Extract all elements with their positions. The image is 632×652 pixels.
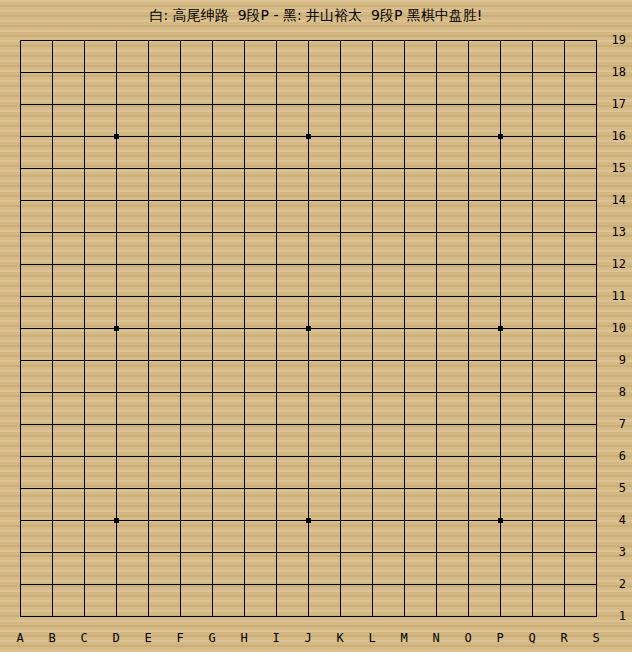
intersection[interactable] (100, 152, 132, 184)
intersection[interactable] (228, 56, 260, 88)
intersection[interactable] (420, 248, 452, 280)
intersection[interactable] (260, 248, 292, 280)
intersection[interactable] (260, 216, 292, 248)
intersection[interactable] (68, 504, 100, 536)
intersection[interactable] (324, 504, 356, 536)
intersection[interactable] (164, 600, 196, 632)
intersection[interactable] (356, 88, 388, 120)
intersection[interactable] (132, 280, 164, 312)
intersection[interactable] (132, 568, 164, 600)
intersection[interactable] (132, 440, 164, 472)
intersection[interactable] (388, 472, 420, 504)
intersection[interactable] (516, 504, 548, 536)
intersection[interactable] (388, 504, 420, 536)
intersection[interactable] (100, 408, 132, 440)
intersection[interactable] (260, 504, 292, 536)
intersection[interactable] (4, 152, 36, 184)
intersection[interactable] (452, 56, 484, 88)
intersection[interactable] (516, 472, 548, 504)
intersection[interactable] (164, 24, 196, 56)
intersection[interactable] (324, 88, 356, 120)
intersection[interactable] (4, 216, 36, 248)
intersection[interactable] (548, 120, 580, 152)
intersection[interactable] (516, 184, 548, 216)
intersection[interactable] (4, 88, 36, 120)
intersection[interactable] (4, 184, 36, 216)
intersection[interactable] (484, 568, 516, 600)
intersection[interactable] (260, 88, 292, 120)
intersection[interactable] (100, 568, 132, 600)
intersection[interactable] (356, 376, 388, 408)
intersection[interactable] (580, 600, 612, 632)
intersection[interactable] (484, 312, 516, 344)
intersection[interactable] (68, 56, 100, 88)
intersection[interactable] (36, 24, 68, 56)
intersection[interactable] (4, 536, 36, 568)
intersection[interactable] (228, 600, 260, 632)
intersection[interactable] (164, 504, 196, 536)
intersection[interactable] (580, 24, 612, 56)
intersection[interactable] (68, 408, 100, 440)
intersection[interactable] (452, 152, 484, 184)
intersection[interactable] (420, 568, 452, 600)
intersection[interactable] (420, 504, 452, 536)
intersection[interactable] (452, 376, 484, 408)
intersection[interactable] (324, 568, 356, 600)
intersection[interactable] (292, 56, 324, 88)
intersection[interactable] (292, 600, 324, 632)
intersection[interactable] (196, 536, 228, 568)
intersection[interactable] (100, 504, 132, 536)
intersection[interactable] (324, 56, 356, 88)
intersection[interactable] (260, 472, 292, 504)
intersection[interactable] (260, 536, 292, 568)
intersection[interactable] (100, 88, 132, 120)
intersection[interactable] (4, 312, 36, 344)
intersection[interactable] (420, 472, 452, 504)
intersection[interactable] (580, 536, 612, 568)
intersection[interactable] (36, 568, 68, 600)
intersection[interactable] (196, 312, 228, 344)
intersection[interactable] (68, 280, 100, 312)
intersection[interactable] (260, 56, 292, 88)
intersection[interactable] (164, 376, 196, 408)
intersection[interactable] (356, 472, 388, 504)
intersection[interactable] (292, 568, 324, 600)
intersection[interactable] (484, 472, 516, 504)
intersection[interactable] (4, 504, 36, 536)
intersection[interactable] (420, 216, 452, 248)
intersection[interactable] (260, 24, 292, 56)
intersection[interactable] (420, 376, 452, 408)
intersection[interactable] (516, 56, 548, 88)
intersection[interactable] (388, 24, 420, 56)
intersection[interactable] (292, 408, 324, 440)
intersection[interactable] (196, 344, 228, 376)
intersection[interactable] (388, 600, 420, 632)
intersection[interactable] (452, 536, 484, 568)
intersection[interactable] (580, 408, 612, 440)
intersection[interactable] (4, 280, 36, 312)
intersection[interactable] (196, 440, 228, 472)
intersection[interactable] (100, 344, 132, 376)
intersection[interactable] (68, 216, 100, 248)
intersection[interactable] (100, 312, 132, 344)
intersection[interactable] (516, 568, 548, 600)
intersection[interactable] (164, 184, 196, 216)
intersection[interactable] (356, 248, 388, 280)
intersection[interactable] (196, 120, 228, 152)
intersection[interactable] (36, 152, 68, 184)
intersection[interactable] (68, 344, 100, 376)
intersection[interactable] (68, 472, 100, 504)
intersection[interactable] (260, 440, 292, 472)
intersection[interactable] (356, 24, 388, 56)
intersection[interactable] (228, 88, 260, 120)
intersection[interactable] (132, 184, 164, 216)
intersection[interactable] (580, 472, 612, 504)
intersection[interactable] (452, 216, 484, 248)
intersection[interactable] (420, 600, 452, 632)
intersection[interactable] (36, 344, 68, 376)
intersection[interactable] (164, 152, 196, 184)
intersection[interactable] (388, 184, 420, 216)
intersection[interactable] (228, 216, 260, 248)
intersection[interactable] (484, 504, 516, 536)
intersection[interactable] (164, 536, 196, 568)
intersection[interactable] (388, 216, 420, 248)
intersection[interactable] (516, 152, 548, 184)
intersection[interactable] (260, 280, 292, 312)
intersection[interactable] (580, 120, 612, 152)
intersection[interactable] (484, 56, 516, 88)
intersection[interactable] (516, 216, 548, 248)
intersection[interactable] (4, 568, 36, 600)
intersection[interactable] (548, 376, 580, 408)
intersection[interactable] (68, 248, 100, 280)
intersection[interactable] (516, 376, 548, 408)
intersection[interactable] (4, 120, 36, 152)
intersection[interactable] (164, 120, 196, 152)
intersection[interactable] (388, 344, 420, 376)
intersection[interactable] (100, 56, 132, 88)
intersection[interactable] (228, 440, 260, 472)
intersection[interactable] (388, 120, 420, 152)
intersection[interactable] (36, 88, 68, 120)
intersection[interactable] (548, 216, 580, 248)
intersection[interactable] (228, 120, 260, 152)
intersection[interactable] (516, 88, 548, 120)
intersection[interactable] (516, 120, 548, 152)
intersection[interactable] (196, 24, 228, 56)
intersection[interactable] (228, 312, 260, 344)
intersection[interactable] (292, 248, 324, 280)
intersection[interactable] (580, 152, 612, 184)
intersection[interactable] (484, 376, 516, 408)
intersection[interactable] (228, 184, 260, 216)
intersection[interactable] (356, 56, 388, 88)
intersection[interactable] (580, 248, 612, 280)
intersection[interactable] (324, 440, 356, 472)
intersection[interactable] (228, 376, 260, 408)
intersection[interactable] (292, 152, 324, 184)
intersection[interactable] (4, 472, 36, 504)
intersection[interactable] (484, 120, 516, 152)
intersection[interactable] (548, 184, 580, 216)
intersection[interactable] (228, 536, 260, 568)
intersection[interactable] (580, 440, 612, 472)
intersection[interactable] (580, 376, 612, 408)
intersection[interactable] (420, 344, 452, 376)
intersection[interactable] (324, 216, 356, 248)
intersection[interactable] (452, 88, 484, 120)
intersection[interactable] (132, 536, 164, 568)
intersection[interactable] (68, 568, 100, 600)
intersection[interactable] (484, 536, 516, 568)
intersection[interactable] (164, 568, 196, 600)
intersection[interactable] (132, 472, 164, 504)
intersection[interactable] (516, 24, 548, 56)
intersection[interactable] (196, 280, 228, 312)
intersection[interactable] (548, 152, 580, 184)
intersection[interactable] (420, 152, 452, 184)
intersection[interactable] (548, 600, 580, 632)
intersection[interactable] (100, 280, 132, 312)
intersection[interactable] (100, 440, 132, 472)
intersection[interactable] (260, 376, 292, 408)
intersection[interactable] (292, 344, 324, 376)
intersection[interactable] (228, 24, 260, 56)
intersection[interactable] (36, 536, 68, 568)
intersection[interactable] (228, 152, 260, 184)
intersection[interactable] (548, 472, 580, 504)
intersection[interactable] (68, 376, 100, 408)
intersection[interactable] (580, 504, 612, 536)
intersection[interactable] (356, 440, 388, 472)
intersection[interactable] (68, 88, 100, 120)
intersection[interactable] (196, 472, 228, 504)
intersection[interactable] (260, 408, 292, 440)
intersection[interactable] (292, 184, 324, 216)
intersection[interactable] (580, 56, 612, 88)
intersection[interactable] (484, 88, 516, 120)
intersection[interactable] (452, 472, 484, 504)
intersection[interactable] (68, 536, 100, 568)
intersection[interactable] (548, 280, 580, 312)
intersection[interactable] (196, 216, 228, 248)
intersection[interactable] (356, 408, 388, 440)
intersection[interactable] (164, 472, 196, 504)
intersection[interactable] (132, 600, 164, 632)
intersection[interactable] (420, 280, 452, 312)
intersection[interactable] (36, 472, 68, 504)
intersection[interactable] (132, 152, 164, 184)
intersection[interactable] (548, 88, 580, 120)
intersection[interactable] (132, 248, 164, 280)
intersection[interactable] (356, 120, 388, 152)
intersection[interactable] (132, 504, 164, 536)
intersection[interactable] (36, 440, 68, 472)
intersection[interactable] (452, 440, 484, 472)
intersection[interactable] (484, 440, 516, 472)
intersection[interactable] (292, 312, 324, 344)
intersection[interactable] (388, 440, 420, 472)
intersection[interactable] (260, 312, 292, 344)
intersection[interactable] (388, 56, 420, 88)
intersection[interactable] (324, 376, 356, 408)
intersection[interactable] (228, 472, 260, 504)
intersection[interactable] (260, 568, 292, 600)
intersection[interactable] (388, 536, 420, 568)
intersection[interactable] (132, 88, 164, 120)
intersection[interactable] (324, 472, 356, 504)
intersection[interactable] (484, 248, 516, 280)
intersection[interactable] (68, 24, 100, 56)
intersection[interactable] (548, 504, 580, 536)
intersection[interactable] (4, 344, 36, 376)
intersection[interactable] (164, 312, 196, 344)
intersection[interactable] (452, 600, 484, 632)
intersection[interactable] (100, 536, 132, 568)
intersection[interactable] (100, 184, 132, 216)
intersection[interactable] (164, 344, 196, 376)
intersection[interactable] (356, 184, 388, 216)
intersection[interactable] (388, 568, 420, 600)
intersection[interactable] (196, 88, 228, 120)
intersection[interactable] (580, 88, 612, 120)
intersection[interactable] (484, 344, 516, 376)
intersection[interactable] (100, 120, 132, 152)
intersection[interactable] (132, 408, 164, 440)
intersection[interactable] (36, 408, 68, 440)
intersection[interactable] (228, 280, 260, 312)
intersection[interactable] (580, 312, 612, 344)
intersection[interactable] (100, 24, 132, 56)
intersection[interactable] (420, 24, 452, 56)
intersection[interactable] (100, 472, 132, 504)
intersection[interactable] (292, 120, 324, 152)
intersection[interactable] (516, 312, 548, 344)
intersection[interactable] (420, 440, 452, 472)
intersection[interactable] (36, 120, 68, 152)
intersection[interactable] (484, 408, 516, 440)
intersection[interactable] (452, 280, 484, 312)
intersection[interactable] (420, 408, 452, 440)
intersection[interactable] (36, 376, 68, 408)
intersection[interactable] (260, 120, 292, 152)
intersection[interactable] (324, 248, 356, 280)
intersection[interactable] (548, 440, 580, 472)
intersection[interactable] (452, 504, 484, 536)
intersection[interactable] (292, 24, 324, 56)
intersection[interactable] (356, 344, 388, 376)
intersection[interactable] (36, 216, 68, 248)
intersection[interactable] (420, 120, 452, 152)
intersection[interactable] (292, 280, 324, 312)
intersection[interactable] (452, 120, 484, 152)
intersection[interactable] (292, 440, 324, 472)
intersection[interactable] (100, 376, 132, 408)
intersection[interactable] (68, 120, 100, 152)
intersection[interactable] (356, 152, 388, 184)
intersection[interactable] (292, 472, 324, 504)
intersection[interactable] (68, 152, 100, 184)
intersection[interactable] (484, 216, 516, 248)
intersection[interactable] (68, 312, 100, 344)
intersection[interactable] (420, 312, 452, 344)
intersection[interactable] (356, 280, 388, 312)
intersection[interactable] (36, 312, 68, 344)
intersection[interactable] (100, 216, 132, 248)
intersection[interactable] (228, 568, 260, 600)
intersection[interactable] (580, 216, 612, 248)
intersection[interactable] (228, 344, 260, 376)
intersection[interactable] (548, 312, 580, 344)
intersection[interactable] (292, 376, 324, 408)
intersection[interactable] (324, 344, 356, 376)
intersection[interactable] (356, 312, 388, 344)
intersection[interactable] (452, 312, 484, 344)
intersection[interactable] (516, 280, 548, 312)
intersection[interactable] (516, 536, 548, 568)
intersection[interactable] (484, 24, 516, 56)
intersection[interactable] (420, 184, 452, 216)
intersection[interactable] (260, 152, 292, 184)
intersection[interactable] (4, 600, 36, 632)
intersection[interactable] (388, 152, 420, 184)
intersection[interactable] (68, 184, 100, 216)
intersection[interactable] (132, 312, 164, 344)
intersection[interactable] (548, 536, 580, 568)
intersection[interactable] (196, 152, 228, 184)
intersection[interactable] (452, 408, 484, 440)
intersection[interactable] (36, 56, 68, 88)
intersection[interactable] (164, 56, 196, 88)
intersection[interactable] (452, 344, 484, 376)
intersection[interactable] (452, 184, 484, 216)
intersection[interactable] (132, 216, 164, 248)
intersection[interactable] (164, 248, 196, 280)
intersection[interactable] (164, 280, 196, 312)
intersection[interactable] (548, 24, 580, 56)
intersection[interactable] (324, 312, 356, 344)
intersection[interactable] (68, 440, 100, 472)
intersection[interactable] (228, 408, 260, 440)
intersection[interactable] (36, 248, 68, 280)
intersection[interactable] (452, 24, 484, 56)
intersection[interactable] (292, 504, 324, 536)
intersection[interactable] (420, 88, 452, 120)
intersection[interactable] (100, 600, 132, 632)
intersection[interactable] (196, 56, 228, 88)
intersection[interactable] (324, 184, 356, 216)
intersection[interactable] (324, 600, 356, 632)
intersection[interactable] (228, 248, 260, 280)
intersection[interactable] (164, 440, 196, 472)
intersection[interactable] (516, 600, 548, 632)
intersection[interactable] (484, 152, 516, 184)
intersection[interactable] (196, 184, 228, 216)
intersection[interactable] (196, 248, 228, 280)
intersection[interactable] (100, 248, 132, 280)
intersection[interactable] (548, 56, 580, 88)
intersection[interactable] (196, 408, 228, 440)
intersection[interactable] (516, 408, 548, 440)
intersection[interactable] (260, 184, 292, 216)
intersection[interactable] (68, 600, 100, 632)
intersection[interactable] (132, 120, 164, 152)
intersection[interactable] (356, 504, 388, 536)
